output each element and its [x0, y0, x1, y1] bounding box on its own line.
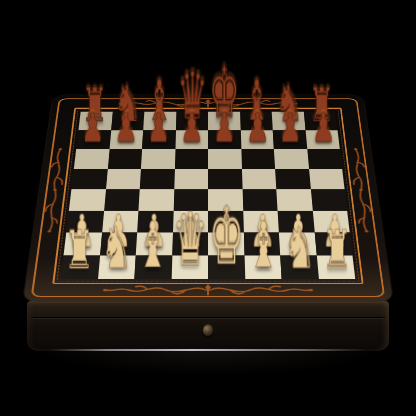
square-h5[interactable]	[309, 169, 345, 189]
square-b5[interactable]	[106, 169, 141, 189]
square-e6[interactable]	[208, 149, 242, 169]
square-e7[interactable]: ♟	[208, 130, 241, 149]
square-g1[interactable]: ♞	[280, 255, 318, 279]
square-f3[interactable]	[243, 210, 279, 232]
square-b8[interactable]: ♞	[111, 112, 144, 130]
box-bottom-highlight	[49, 349, 368, 351]
square-f2[interactable]: ♟	[243, 232, 280, 255]
square-f8[interactable]: ♝	[240, 112, 273, 130]
square-e4[interactable]	[208, 189, 243, 210]
square-h6[interactable]	[307, 149, 342, 169]
square-a3[interactable]	[66, 210, 103, 232]
square-a8[interactable]: ♜	[78, 112, 112, 130]
square-h4[interactable]	[310, 189, 347, 210]
square-c1[interactable]: ♝	[134, 255, 172, 279]
square-d8[interactable]: ♛	[176, 112, 208, 130]
square-h2[interactable]: ♟	[314, 232, 352, 255]
square-f5[interactable]	[242, 169, 277, 189]
square-d2[interactable]: ♟	[172, 232, 208, 255]
square-c3[interactable]	[137, 210, 173, 232]
square-e5[interactable]	[208, 169, 242, 189]
square-b1[interactable]: ♞	[98, 255, 136, 279]
square-c4[interactable]	[138, 189, 173, 210]
square-a2[interactable]: ♟	[64, 232, 102, 255]
square-b4[interactable]	[104, 189, 140, 210]
square-c8[interactable]: ♝	[143, 112, 176, 130]
square-f1[interactable]: ♝	[244, 255, 282, 279]
square-g6[interactable]	[274, 149, 309, 169]
square-a6[interactable]	[74, 149, 109, 169]
square-a1[interactable]: ♜	[61, 255, 100, 279]
square-b2[interactable]: ♟	[100, 232, 137, 255]
square-d6[interactable]	[174, 149, 208, 169]
square-c2[interactable]: ♟	[136, 232, 173, 255]
chess-box-front	[27, 301, 389, 351]
square-c5[interactable]	[140, 169, 175, 189]
square-a4[interactable]	[69, 189, 106, 210]
square-g5[interactable]	[275, 169, 310, 189]
square-h3[interactable]	[312, 210, 349, 232]
square-f7[interactable]: ♟	[240, 130, 274, 149]
square-e8[interactable]: ♚	[208, 112, 240, 130]
square-e2[interactable]: ♟	[208, 232, 244, 255]
square-d1[interactable]: ♛	[171, 255, 208, 279]
square-b7[interactable]: ♟	[109, 130, 143, 149]
chess-board: ♜♞♝♛♚♝♞♜♟♟♟♟♟♟♟♟♟♟♟♟♟♟♟♟♜♞♝♛♚♝♞♜	[23, 95, 393, 302]
square-d4[interactable]	[173, 189, 208, 210]
square-b3[interactable]	[102, 210, 139, 232]
square-g3[interactable]	[278, 210, 315, 232]
square-g8[interactable]: ♞	[272, 112, 305, 130]
square-a7[interactable]: ♟	[76, 130, 111, 149]
square-g2[interactable]: ♟	[279, 232, 316, 255]
square-d3[interactable]	[173, 210, 208, 232]
box-floor-shadow	[30, 349, 386, 375]
square-c7[interactable]: ♟	[142, 130, 176, 149]
drawer-seam	[31, 317, 385, 318]
square-g7[interactable]: ♟	[273, 130, 307, 149]
photo-background: ♜♞♝♛♚♝♞♜♟♟♟♟♟♟♟♟♟♟♟♟♟♟♟♟♜♞♝♛♚♝♞♜	[0, 0, 416, 416]
square-g4[interactable]	[276, 189, 312, 210]
drawer-knob-icon	[203, 325, 213, 336]
square-f6[interactable]	[241, 149, 275, 169]
square-h7[interactable]: ♟	[305, 130, 340, 149]
square-b6[interactable]	[107, 149, 142, 169]
square-e1[interactable]: ♚	[208, 255, 245, 279]
black-king: ♚	[209, 58, 240, 129]
black-queen: ♛	[176, 63, 207, 128]
square-h1[interactable]: ♜	[316, 255, 355, 279]
square-e3[interactable]	[208, 210, 243, 232]
square-c6[interactable]	[141, 149, 175, 169]
square-d5[interactable]	[174, 169, 208, 189]
square-d7[interactable]: ♟	[175, 130, 208, 149]
square-a5[interactable]	[71, 169, 107, 189]
square-f4[interactable]	[242, 189, 277, 210]
square-h8[interactable]: ♜	[304, 112, 338, 130]
board-grid: ♜♞♝♛♚♝♞♜♟♟♟♟♟♟♟♟♟♟♟♟♟♟♟♟♜♞♝♛♚♝♞♜	[61, 112, 356, 279]
